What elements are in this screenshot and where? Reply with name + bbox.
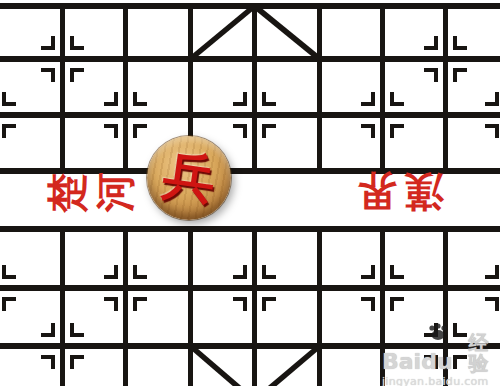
palace-diagonal-line [191,346,255,386]
position-marker [70,68,84,82]
position-marker [70,323,84,337]
position-marker [424,36,438,50]
watermark-url: jingyan.baidu.com [382,376,500,386]
position-marker [70,355,84,369]
xiangqi-board[interactable]: 楚 河 界 漢 兵 Baidu 经验 jingyan.baidu.com [0,0,500,386]
position-marker [133,297,147,311]
position-marker [70,36,84,50]
position-marker [390,297,404,311]
palace-diagonal-line [255,6,320,59]
grid-line-vertical [252,3,257,174]
river-label-he: 河 [93,170,137,214]
grid-line-vertical [380,3,385,174]
grid-line-vertical [252,226,257,386]
position-marker [233,265,247,279]
position-marker [485,297,499,311]
position-marker [2,124,16,138]
position-marker [390,265,404,279]
soldier-glyph: 兵 [158,140,219,217]
position-marker [453,68,467,82]
grid-line-vertical [60,3,65,174]
baidu-paw-icon [426,323,450,341]
palace-diagonal-line [255,346,320,386]
position-marker [41,36,55,50]
grid-line-vertical [188,226,193,386]
position-marker [390,124,404,138]
grid-line-vertical [443,3,448,174]
position-marker [104,92,118,106]
river-label-han: 漢 [402,170,446,214]
position-marker [41,323,55,337]
position-marker [233,92,247,106]
position-marker [361,124,375,138]
position-marker [361,92,375,106]
position-marker [262,265,276,279]
position-marker [2,92,16,106]
position-marker [2,265,16,279]
position-marker [361,265,375,279]
position-marker [41,68,55,82]
red-soldier-piece[interactable]: 兵 [147,136,231,220]
position-marker [104,297,118,311]
position-marker [133,265,147,279]
position-marker [262,297,276,311]
position-marker [2,297,16,311]
position-marker [485,265,499,279]
watermark-brand: Baidu [382,351,453,373]
grid-line-horizontal [0,56,500,62]
position-marker [104,124,118,138]
position-marker [390,92,404,106]
watermark: Baidu 经验 jingyan.baidu.com [382,333,500,386]
grid-line-vertical [123,226,128,386]
grid-line-horizontal [0,285,500,291]
position-marker [41,355,55,369]
position-marker [133,92,147,106]
position-marker [361,297,375,311]
grid-line-vertical [317,3,322,174]
position-marker [485,92,499,106]
watermark-suffix: 经验 [469,333,500,373]
river-label-jie: 界 [355,169,399,213]
position-marker [233,124,247,138]
grid-line-vertical [60,226,65,386]
position-marker [104,265,118,279]
position-marker [485,124,499,138]
grid-line-vertical [123,3,128,174]
position-marker [262,124,276,138]
grid-line-horizontal [0,226,500,232]
position-marker [133,124,147,138]
grid-line-horizontal [0,3,500,9]
position-marker [453,36,467,50]
position-marker [262,92,276,106]
position-marker [424,68,438,82]
river-label-chu: 楚 [45,171,89,215]
grid-line-horizontal [0,112,500,118]
palace-diagonal-line [191,6,255,59]
watermark-row: Baidu 经验 [382,333,500,373]
grid-line-vertical [317,226,322,386]
position-marker [233,297,247,311]
